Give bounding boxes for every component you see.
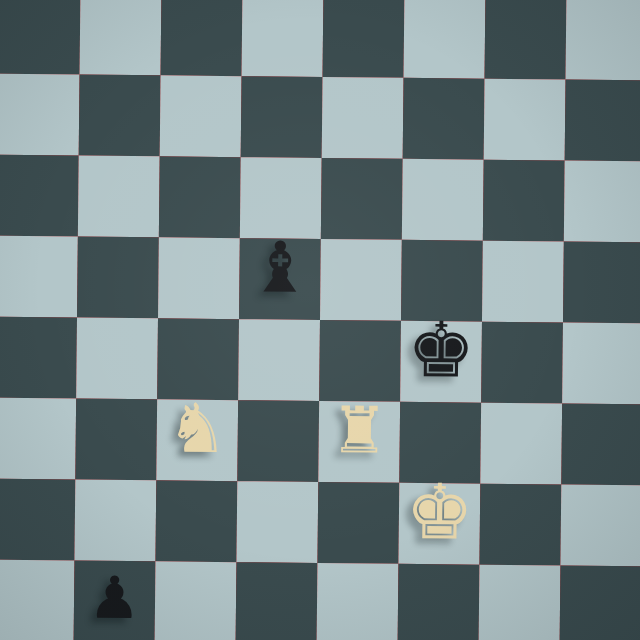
square-f8 — [404, 0, 486, 79]
square-d8 — [242, 0, 324, 77]
square-e1 — [317, 563, 399, 640]
piece-white-king-f2: ♚ — [399, 471, 481, 553]
square-c6 — [159, 156, 241, 238]
square-f2: ♚ — [398, 483, 480, 565]
square-d7 — [241, 76, 323, 158]
square-f1 — [398, 564, 480, 640]
square-a6 — [0, 155, 79, 237]
piece-black-king-f4: ♚ — [400, 309, 482, 391]
square-a4 — [0, 317, 77, 399]
square-e7 — [322, 77, 404, 159]
square-g1 — [479, 565, 561, 640]
square-c7 — [160, 75, 242, 157]
square-h8 — [566, 0, 640, 80]
photo-frame: ♝♚♞♜♚♟ — [0, 0, 640, 640]
piece-white-rook-e3: ♜ — [318, 389, 400, 471]
square-c8 — [161, 0, 243, 76]
square-c2 — [155, 480, 237, 562]
square-h6 — [564, 161, 640, 243]
square-h3 — [561, 404, 640, 486]
square-d1 — [236, 562, 318, 640]
chess-board: ♝♚♞♜♚♟ — [0, 0, 640, 640]
square-b1: ♟ — [74, 560, 156, 640]
square-e3: ♜ — [318, 401, 400, 483]
square-d4 — [238, 319, 320, 401]
square-a5 — [0, 236, 78, 318]
square-h5 — [563, 242, 640, 324]
square-f6 — [402, 159, 484, 241]
square-b4 — [76, 317, 158, 399]
square-g3 — [480, 403, 562, 485]
square-a3 — [0, 398, 76, 480]
square-b7 — [79, 74, 161, 156]
square-e5 — [320, 239, 402, 321]
square-a7 — [0, 74, 80, 156]
square-e2 — [317, 482, 399, 564]
square-b2 — [74, 479, 156, 561]
square-g2 — [479, 484, 561, 566]
square-d3 — [237, 400, 319, 482]
square-g4 — [481, 322, 563, 404]
square-c5 — [158, 237, 240, 319]
square-a8 — [0, 0, 80, 74]
square-g7 — [484, 79, 566, 161]
square-g8 — [485, 0, 567, 80]
square-h4 — [562, 323, 640, 405]
square-a1 — [0, 560, 74, 640]
piece-black-pawn-b1: ♟ — [74, 556, 156, 638]
square-c1 — [155, 561, 237, 640]
square-g5 — [482, 241, 564, 323]
square-g6 — [483, 160, 565, 242]
square-d5: ♝ — [239, 238, 321, 320]
square-e6 — [321, 158, 403, 240]
square-f7 — [403, 78, 485, 160]
square-b5 — [77, 236, 159, 318]
square-b8 — [80, 0, 162, 75]
piece-white-knight-c3: ♞ — [156, 387, 238, 469]
piece-black-bishop-d5: ♝ — [239, 226, 321, 308]
square-h2 — [560, 485, 640, 567]
square-b3 — [75, 398, 157, 480]
square-h7 — [565, 80, 640, 162]
square-f4: ♚ — [400, 321, 482, 403]
square-d2 — [236, 481, 318, 563]
square-h1 — [560, 566, 640, 640]
square-e8 — [323, 0, 405, 78]
square-c3: ♞ — [156, 399, 238, 481]
square-a2 — [0, 479, 75, 561]
square-b6 — [78, 155, 160, 237]
